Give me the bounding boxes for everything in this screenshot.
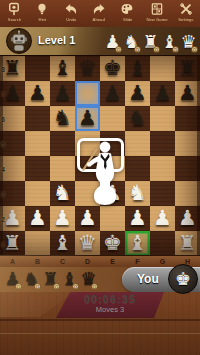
square-e1[interactable]: ♚ bbox=[100, 231, 125, 256]
square-c4[interactable] bbox=[50, 156, 75, 181]
square-f7[interactable]: ♟ bbox=[125, 81, 150, 106]
captured-black-rook: ♜0 bbox=[41, 267, 60, 291]
captured-count-badge: 0 bbox=[91, 283, 98, 290]
captured-black-bishop: ♝0 bbox=[60, 267, 79, 291]
captured-count-badge: 0 bbox=[72, 283, 79, 290]
search-button[interactable]: Search bbox=[0, 0, 28, 27]
piece-black-knight[interactable]: ♞ bbox=[50, 106, 75, 131]
captured-black-queen: ♛0 bbox=[79, 267, 98, 291]
square-g8[interactable] bbox=[150, 56, 175, 81]
square-c5[interactable] bbox=[50, 131, 75, 156]
square-a5[interactable]: 5 bbox=[0, 131, 25, 156]
square-g2[interactable]: ♟ bbox=[150, 206, 175, 231]
square-c7[interactable]: ♟ bbox=[50, 81, 75, 106]
square-a2[interactable]: 2♟ bbox=[0, 206, 25, 231]
undo-label: Undo bbox=[66, 17, 76, 21]
rank-label: 3 bbox=[1, 190, 5, 197]
square-g6[interactable] bbox=[150, 106, 175, 131]
square-a8[interactable]: 8♜ bbox=[0, 56, 25, 81]
piece-black-pawn[interactable]: ♟ bbox=[100, 81, 125, 106]
square-g5[interactable] bbox=[150, 131, 175, 156]
captured-white-rook: ♜0 bbox=[141, 30, 160, 54]
file-label: C bbox=[50, 256, 75, 267]
square-d6[interactable]: ♟ bbox=[75, 106, 100, 131]
hint-bulb-icon bbox=[35, 2, 49, 16]
slide-button[interactable]: Slide bbox=[113, 0, 141, 27]
square-c3[interactable]: ♞ bbox=[50, 181, 75, 206]
piece-white-rook[interactable]: ♜ bbox=[175, 231, 200, 256]
square-e2[interactable] bbox=[100, 206, 125, 231]
captured-count-badge: 0 bbox=[153, 46, 160, 53]
piece-white-pawn[interactable]: ♟ bbox=[25, 206, 50, 231]
search-icon bbox=[7, 2, 21, 16]
square-b8[interactable] bbox=[25, 56, 50, 81]
square-e7[interactable]: ♟ bbox=[100, 81, 125, 106]
file-label: F bbox=[125, 256, 150, 267]
moves-counter: Moves 3 bbox=[56, 306, 164, 314]
piece-white-pawn[interactable]: ♟ bbox=[150, 206, 175, 231]
square-h5[interactable] bbox=[175, 131, 200, 156]
opponent-captured-tray: ♟0♞0♜0♝0♛0 bbox=[103, 30, 198, 54]
square-e4[interactable] bbox=[100, 156, 125, 181]
piece-white-pawn[interactable]: ♟ bbox=[75, 206, 100, 231]
piece-black-pawn[interactable]: ♟ bbox=[150, 81, 175, 106]
square-f4[interactable] bbox=[125, 156, 150, 181]
player-banner: ♟0♞0♜0♝0♛0 You ♚ bbox=[0, 267, 200, 292]
captured-white-knight: ♞0 bbox=[122, 30, 141, 54]
ahead-label: Ahead bbox=[93, 17, 105, 21]
piece-white-pawn[interactable]: ♟ bbox=[125, 206, 150, 231]
square-e3[interactable]: ♟ bbox=[100, 181, 125, 206]
piece-black-pawn[interactable]: ♟ bbox=[175, 81, 200, 106]
piece-white-knight[interactable]: ♞ bbox=[125, 181, 150, 206]
square-b4[interactable] bbox=[25, 156, 50, 181]
square-g7[interactable]: ♟ bbox=[150, 81, 175, 106]
square-b5[interactable] bbox=[25, 131, 50, 156]
captured-count-badge: 0 bbox=[191, 46, 198, 53]
square-h6[interactable] bbox=[175, 106, 200, 131]
piece-black-bishop[interactable]: ♝ bbox=[125, 56, 150, 81]
ahead-button[interactable]: Ahead bbox=[85, 0, 113, 27]
piece-black-pawn[interactable]: ♟ bbox=[25, 81, 50, 106]
chess-app: Search Hint Undo Ahead Slide New Game Se… bbox=[0, 0, 200, 355]
square-h1[interactable]: ♜ bbox=[175, 231, 200, 256]
opponent-banner: Level 1 ♟0♞0♜0♝0♛0 bbox=[0, 27, 200, 55]
piece-black-pawn[interactable]: ♟ bbox=[75, 106, 100, 131]
square-d5[interactable] bbox=[75, 131, 100, 156]
square-e8[interactable]: ♚ bbox=[100, 56, 125, 81]
captured-black-knight: ♞0 bbox=[22, 267, 41, 291]
piece-black-queen[interactable]: ♛ bbox=[75, 56, 100, 81]
captured-count-badge: 0 bbox=[53, 283, 60, 290]
square-a6[interactable]: 6 bbox=[0, 106, 25, 131]
file-label: E bbox=[100, 256, 125, 267]
square-g3[interactable] bbox=[150, 181, 175, 206]
clock-time: 00:06:35 bbox=[56, 292, 164, 306]
square-b7[interactable]: ♟ bbox=[25, 81, 50, 106]
square-f1[interactable]: ♝ bbox=[125, 231, 150, 256]
captured-count-badge: 0 bbox=[115, 46, 122, 53]
captured-count-badge: 0 bbox=[34, 283, 41, 290]
square-c2[interactable]: ♟ bbox=[50, 206, 75, 231]
piece-white-king[interactable]: ♚ bbox=[100, 231, 125, 256]
piece-white-queen[interactable]: ♛ bbox=[75, 231, 100, 256]
undo-button[interactable]: Undo bbox=[57, 0, 85, 27]
square-d4[interactable] bbox=[75, 156, 100, 181]
piece-black-rook[interactable]: ♜ bbox=[175, 56, 200, 81]
piece-white-pawn[interactable]: ♟ bbox=[175, 206, 200, 231]
square-d2[interactable]: ♟ bbox=[75, 206, 100, 231]
square-h8[interactable]: ♜ bbox=[175, 56, 200, 81]
wood-footer: 00:06:35 Moves 3 bbox=[0, 292, 200, 355]
palette-icon bbox=[120, 2, 134, 16]
ahead-arrow-icon bbox=[92, 2, 106, 16]
settings-tools-icon bbox=[179, 2, 193, 16]
square-b3[interactable] bbox=[25, 181, 50, 206]
piece-black-king[interactable]: ♚ bbox=[100, 56, 125, 81]
square-b6[interactable] bbox=[25, 106, 50, 131]
opponent-name: Level 1 bbox=[38, 34, 75, 46]
rank-label: 4 bbox=[1, 165, 5, 172]
square-h7[interactable]: ♟ bbox=[175, 81, 200, 106]
square-d8[interactable]: ♛ bbox=[75, 56, 100, 81]
settings-button[interactable]: Settings bbox=[172, 0, 200, 27]
square-f6[interactable]: ♞ bbox=[125, 106, 150, 131]
piece-black-knight[interactable]: ♞ bbox=[125, 106, 150, 131]
board: 8♜♝♛♚♝♜7♟♟♟♟♟♟♟6♞♟♞543♞♟♞2♟♟♟♟♟♟♟1♜♝♛♚♝♜ bbox=[0, 55, 200, 256]
robot-avatar-icon bbox=[6, 28, 32, 54]
square-a4[interactable]: 4 bbox=[0, 156, 25, 181]
captured-black-pawn: ♟0 bbox=[3, 267, 22, 291]
square-g4[interactable] bbox=[150, 156, 175, 181]
square-c1[interactable]: ♝ bbox=[50, 231, 75, 256]
captured-white-queen: ♛0 bbox=[179, 30, 198, 54]
square-b2[interactable]: ♟ bbox=[25, 206, 50, 231]
square-f8[interactable]: ♝ bbox=[125, 56, 150, 81]
file-label: B bbox=[25, 256, 50, 267]
search-label: Search bbox=[8, 17, 21, 21]
square-d3[interactable] bbox=[75, 181, 100, 206]
piece-black-pawn[interactable]: ♟ bbox=[125, 81, 150, 106]
hint-button[interactable]: Hint bbox=[28, 0, 56, 27]
rank-label: 2 bbox=[1, 215, 5, 222]
rank-label: 8 bbox=[1, 65, 5, 72]
toolbar: Search Hint Undo Ahead Slide New Game Se… bbox=[0, 0, 200, 28]
new-game-button[interactable]: New Game bbox=[142, 0, 172, 27]
square-h4[interactable] bbox=[175, 156, 200, 181]
square-c8[interactable]: ♝ bbox=[50, 56, 75, 81]
player-captured-tray: ♟0♞0♜0♝0♛0 bbox=[3, 267, 98, 291]
clock-panel: 00:06:35 Moves 3 bbox=[56, 292, 164, 318]
rank-label: 6 bbox=[1, 115, 5, 122]
slide-label: Slide bbox=[123, 17, 132, 21]
captured-white-bishop: ♝0 bbox=[160, 30, 179, 54]
square-c6[interactable]: ♞ bbox=[50, 106, 75, 131]
rank-label: 5 bbox=[1, 140, 5, 147]
captured-count-badge: 0 bbox=[172, 46, 179, 53]
file-label: A bbox=[0, 256, 25, 267]
captured-count-badge: 0 bbox=[134, 46, 141, 53]
square-d7[interactable] bbox=[75, 81, 100, 106]
square-e6[interactable] bbox=[100, 106, 125, 131]
square-a7[interactable]: 7♟ bbox=[0, 81, 25, 106]
piece-white-bishop[interactable]: ♝ bbox=[125, 231, 150, 256]
piece-white-knight[interactable]: ♞ bbox=[50, 181, 75, 206]
file-label: D bbox=[75, 256, 100, 267]
square-f5[interactable] bbox=[125, 131, 150, 156]
new-game-board-icon bbox=[150, 2, 164, 16]
piece-white-pawn[interactable]: ♟ bbox=[50, 206, 75, 231]
square-h3[interactable] bbox=[175, 181, 200, 206]
captured-count-badge: 0 bbox=[15, 283, 22, 290]
square-e5[interactable] bbox=[100, 131, 125, 156]
hint-label: Hint bbox=[39, 17, 46, 21]
undo-arrow-icon bbox=[64, 2, 78, 16]
square-d1[interactable]: ♛ bbox=[75, 231, 100, 256]
rank-label: 1 bbox=[1, 240, 5, 247]
square-f3[interactable]: ♞ bbox=[125, 181, 150, 206]
square-a3[interactable]: 3 bbox=[0, 181, 25, 206]
settings-label: Settings bbox=[178, 17, 193, 21]
piece-black-bishop[interactable]: ♝ bbox=[50, 56, 75, 81]
square-a1[interactable]: 1♜ bbox=[0, 231, 25, 256]
captured-white-pawn: ♟0 bbox=[103, 30, 122, 54]
square-g1[interactable] bbox=[150, 231, 175, 256]
new-game-label: New Game bbox=[146, 17, 167, 21]
white-king-avatar-icon: ♚ bbox=[168, 264, 198, 294]
square-h2[interactable]: ♟ bbox=[175, 206, 200, 231]
piece-white-bishop[interactable]: ♝ bbox=[50, 231, 75, 256]
piece-white-pawn[interactable]: ♟ bbox=[100, 181, 125, 206]
rank-label: 7 bbox=[1, 90, 5, 97]
square-f2[interactable]: ♟ bbox=[125, 206, 150, 231]
player-name: You bbox=[137, 272, 159, 286]
piece-black-pawn[interactable]: ♟ bbox=[50, 81, 75, 106]
square-b1[interactable] bbox=[25, 231, 50, 256]
